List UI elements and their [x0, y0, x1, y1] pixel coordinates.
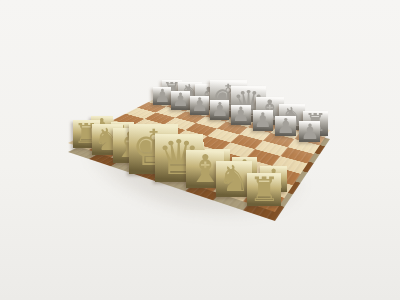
piece-white-pawn-b2: ♟ — [232, 157, 258, 183]
piece-white-queen-d1: ♛ — [155, 134, 203, 182]
piece-white-knight-g1: ♞ — [92, 124, 123, 155]
piece-white-pawn-g2: ♟ — [111, 122, 133, 144]
piece-black-bishop-c8: ♝ — [256, 97, 284, 125]
piece-white-pawn-c2: ♟ — [205, 149, 230, 174]
piece-white-bishop-f1: ♝ — [113, 128, 148, 163]
piece-white-bishop-c1: ♝ — [186, 150, 224, 188]
piece-black-pawn-d7: ♟ — [231, 105, 251, 125]
piece-black-pawn-e7: ♟ — [210, 100, 229, 119]
piece-white-rook-h1: ♜ — [73, 120, 100, 147]
piece-black-rook-a8: ♜ — [303, 111, 327, 135]
piece-white-king-e1: ♚ — [129, 124, 179, 174]
piece-white-pawn-f2: ♟ — [133, 129, 156, 152]
chess-pieces-layer: ♜♞♝♛♚♝♞♜♟♟♟♟♟♟♟♟♟♟♟♟♟♟♟♟♜♞♝♛♚♝♞♜ — [0, 0, 400, 300]
chess-product-render: ♜♞♝♛♚♝♞♜♟♟♟♟♟♟♟♟♟♟♟♟♟♟♟♟♜♞♝♛♚♝♞♜ — [0, 0, 400, 300]
piece-black-pawn-g7: ♟ — [171, 91, 189, 109]
piece-black-knight-b8: ♞ — [279, 104, 305, 130]
piece-white-pawn-e2: ♟ — [155, 135, 179, 159]
piece-black-pawn-h7: ♟ — [153, 87, 171, 105]
piece-black-king-e8: ♚ — [210, 80, 247, 117]
piece-white-rook-a1: ♜ — [247, 173, 281, 207]
piece-black-queen-d8: ♛ — [231, 86, 267, 122]
piece-black-knight-g8: ♞ — [178, 82, 202, 106]
piece-white-knight-b1: ♞ — [216, 161, 252, 197]
piece-black-pawn-b7: ♟ — [275, 116, 296, 137]
piece-black-bishop-f8: ♝ — [195, 84, 221, 110]
piece-black-rook-h8: ♜ — [162, 80, 183, 101]
piece-white-pawn-a2: ♟ — [260, 166, 287, 193]
piece-white-pawn-d2: ♟ — [179, 142, 203, 166]
piece-black-pawn-c7: ♟ — [253, 110, 273, 130]
piece-black-pawn-a7: ♟ — [299, 121, 320, 142]
piece-white-pawn-h2: ♟ — [91, 116, 113, 138]
piece-black-pawn-f7: ♟ — [190, 96, 209, 115]
